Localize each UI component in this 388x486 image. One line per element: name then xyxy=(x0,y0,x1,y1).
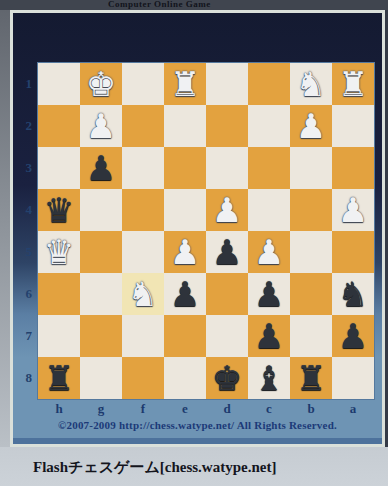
square-f1[interactable] xyxy=(122,63,164,105)
square-g1[interactable]: ♚ xyxy=(80,63,122,105)
rank-label-8: 8 xyxy=(13,357,37,399)
square-c1[interactable] xyxy=(248,63,290,105)
square-a6[interactable]: ♞ xyxy=(332,273,374,315)
file-label-f: f xyxy=(122,401,164,417)
square-b5[interactable] xyxy=(290,231,332,273)
black-rook-h8[interactable]: ♜ xyxy=(44,357,74,399)
square-h6[interactable] xyxy=(38,273,80,315)
square-h7[interactable] xyxy=(38,315,80,357)
square-f2[interactable] xyxy=(122,105,164,147)
file-label-a: a xyxy=(332,401,374,417)
flash-bottom-strip xyxy=(13,438,382,444)
square-b1[interactable]: ♞ xyxy=(290,63,332,105)
white-pawn-e5[interactable]: ♟ xyxy=(170,231,200,273)
square-a5[interactable] xyxy=(332,231,374,273)
square-g8[interactable] xyxy=(80,357,122,399)
black-pawn-c6[interactable]: ♟ xyxy=(254,273,284,315)
square-e2[interactable] xyxy=(164,105,206,147)
square-b8[interactable]: ♜ xyxy=(290,357,332,399)
square-e4[interactable] xyxy=(164,189,206,231)
file-labels: hgfedcba xyxy=(38,401,374,417)
page-left-edge xyxy=(0,10,10,486)
square-d2[interactable] xyxy=(206,105,248,147)
rank-labels: 12345678 xyxy=(13,63,37,399)
white-rook-a1[interactable]: ♜ xyxy=(338,63,368,105)
square-a8[interactable] xyxy=(332,357,374,399)
square-g5[interactable] xyxy=(80,231,122,273)
square-d8[interactable]: ♚ xyxy=(206,357,248,399)
square-f3[interactable] xyxy=(122,147,164,189)
black-pawn-g3[interactable]: ♟ xyxy=(86,147,116,189)
square-h8[interactable]: ♜ xyxy=(38,357,80,399)
copyright-text: ©2007-2009 http://chess.watype.net/ All … xyxy=(13,419,382,431)
square-b4[interactable] xyxy=(290,189,332,231)
square-h2[interactable] xyxy=(38,105,80,147)
white-knight-f6[interactable]: ♞ xyxy=(128,273,158,315)
white-queen-h5[interactable]: ♛ xyxy=(44,231,74,273)
rank-label-5: 5 xyxy=(13,231,37,273)
square-f5[interactable] xyxy=(122,231,164,273)
square-e5[interactable]: ♟ xyxy=(164,231,206,273)
square-c6[interactable]: ♟ xyxy=(248,273,290,315)
black-bishop-c8[interactable]: ♝ xyxy=(254,357,284,399)
square-e7[interactable] xyxy=(164,315,206,357)
square-c7[interactable]: ♟ xyxy=(248,315,290,357)
square-a1[interactable]: ♜ xyxy=(332,63,374,105)
square-b6[interactable] xyxy=(290,273,332,315)
rank-label-2: 2 xyxy=(13,105,37,147)
square-h4[interactable]: ♛ xyxy=(38,189,80,231)
square-a7[interactable]: ♟ xyxy=(332,315,374,357)
white-pawn-g2[interactable]: ♟ xyxy=(86,105,116,147)
file-label-h: h xyxy=(38,401,80,417)
chess-board: ♚♜♞♜♟♟♟♛♟♟♛♟♟♟♞♟♟♞♟♟♜♚♝♜ xyxy=(38,63,374,399)
square-g4[interactable] xyxy=(80,189,122,231)
white-pawn-c5[interactable]: ♟ xyxy=(254,231,284,273)
square-g2[interactable]: ♟ xyxy=(80,105,122,147)
status-bar: Flashチェスゲーム[chess.watype.net] xyxy=(0,447,388,486)
file-label-c: c xyxy=(248,401,290,417)
black-pawn-e6[interactable]: ♟ xyxy=(170,273,200,315)
black-pawn-d5[interactable]: ♟ xyxy=(212,231,242,273)
white-pawn-a4[interactable]: ♟ xyxy=(338,189,368,231)
rank-label-7: 7 xyxy=(13,315,37,357)
square-d4[interactable]: ♟ xyxy=(206,189,248,231)
file-label-g: g xyxy=(80,401,122,417)
square-d3[interactable] xyxy=(206,147,248,189)
white-pawn-b2[interactable]: ♟ xyxy=(296,105,326,147)
square-f6[interactable]: ♞ xyxy=(122,273,164,315)
square-b2[interactable]: ♟ xyxy=(290,105,332,147)
square-a2[interactable] xyxy=(332,105,374,147)
window-title-bar: Computer Online Game xyxy=(0,0,388,10)
white-knight-b1[interactable]: ♞ xyxy=(296,63,326,105)
black-queen-h4[interactable]: ♛ xyxy=(44,189,74,231)
rank-label-4: 4 xyxy=(13,189,37,231)
square-d6[interactable] xyxy=(206,273,248,315)
square-f7[interactable] xyxy=(122,315,164,357)
square-c3[interactable] xyxy=(248,147,290,189)
square-g7[interactable] xyxy=(80,315,122,357)
square-b3[interactable] xyxy=(290,147,332,189)
square-h1[interactable] xyxy=(38,63,80,105)
square-e6[interactable]: ♟ xyxy=(164,273,206,315)
square-c5[interactable]: ♟ xyxy=(248,231,290,273)
window-title: Computer Online Game xyxy=(108,0,388,9)
white-rook-e1[interactable]: ♜ xyxy=(170,63,200,105)
square-h3[interactable] xyxy=(38,147,80,189)
square-b7[interactable] xyxy=(290,315,332,357)
square-d5[interactable]: ♟ xyxy=(206,231,248,273)
file-label-e: e xyxy=(164,401,206,417)
square-a3[interactable] xyxy=(332,147,374,189)
black-king-d8[interactable]: ♚ xyxy=(212,357,242,399)
square-c2[interactable] xyxy=(248,105,290,147)
square-a4[interactable]: ♟ xyxy=(332,189,374,231)
square-h5[interactable]: ♛ xyxy=(38,231,80,273)
square-c8[interactable]: ♝ xyxy=(248,357,290,399)
square-d7[interactable] xyxy=(206,315,248,357)
square-d1[interactable] xyxy=(206,63,248,105)
black-pawn-a7[interactable]: ♟ xyxy=(338,315,368,357)
black-pawn-c7[interactable]: ♟ xyxy=(254,315,284,357)
square-e1[interactable]: ♜ xyxy=(164,63,206,105)
square-c4[interactable] xyxy=(248,189,290,231)
status-bar-text: Flashチェスゲーム[chess.watype.net] xyxy=(33,458,388,477)
rank-label-1: 1 xyxy=(13,63,37,105)
rank-label-6: 6 xyxy=(13,273,37,315)
black-rook-b8[interactable]: ♜ xyxy=(296,357,326,399)
square-f4[interactable] xyxy=(122,189,164,231)
flash-game-area: 12345678 ♚♜♞♜♟♟♟♛♟♟♛♟♟♟♞♟♟♞♟♟♜♚♝♜ hgfedc… xyxy=(10,10,385,447)
square-e8[interactable] xyxy=(164,357,206,399)
square-g6[interactable] xyxy=(80,273,122,315)
square-e3[interactable] xyxy=(164,147,206,189)
file-label-d: d xyxy=(206,401,248,417)
rank-label-3: 3 xyxy=(13,147,37,189)
white-pawn-d4[interactable]: ♟ xyxy=(212,189,242,231)
square-f8[interactable] xyxy=(122,357,164,399)
white-king-g1[interactable]: ♚ xyxy=(86,63,116,105)
file-label-b: b xyxy=(290,401,332,417)
black-knight-a6[interactable]: ♞ xyxy=(338,273,368,315)
square-g3[interactable]: ♟ xyxy=(80,147,122,189)
